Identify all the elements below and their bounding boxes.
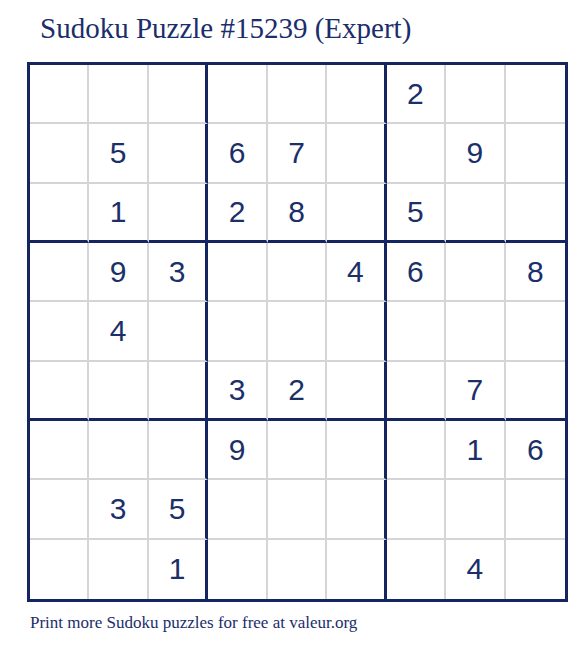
- sudoku-cell-r8c5[interactable]: [268, 480, 327, 539]
- sudoku-cell-r3c9[interactable]: [506, 184, 565, 243]
- sudoku-cell-r6c3[interactable]: [149, 362, 208, 421]
- sudoku-cell-r2c4[interactable]: 6: [208, 124, 267, 183]
- sudoku-cell-r9c4[interactable]: [208, 540, 267, 599]
- sudoku-cell-r6c6[interactable]: [327, 362, 386, 421]
- sudoku-cell-r2c6[interactable]: [327, 124, 386, 183]
- sudoku-cell-r1c4[interactable]: [208, 65, 267, 124]
- sudoku-cell-r3c4[interactable]: 2: [208, 184, 267, 243]
- sudoku-cell-r7c4[interactable]: 9: [208, 421, 267, 480]
- sudoku-cell-r2c1[interactable]: [30, 124, 89, 183]
- sudoku-cell-r4c6[interactable]: 4: [327, 243, 386, 302]
- sudoku-cell-r7c5[interactable]: [268, 421, 327, 480]
- sudoku-cell-r1c8[interactable]: [446, 65, 505, 124]
- sudoku-cell-r7c9[interactable]: 6: [506, 421, 565, 480]
- sudoku-cell-r7c3[interactable]: [149, 421, 208, 480]
- sudoku-cell-r7c2[interactable]: [89, 421, 148, 480]
- sudoku-cell-r6c7[interactable]: [387, 362, 446, 421]
- sudoku-cell-r9c7[interactable]: [387, 540, 446, 599]
- sudoku-cell-r4c7[interactable]: 6: [387, 243, 446, 302]
- sudoku-cell-r4c3[interactable]: 3: [149, 243, 208, 302]
- sudoku-cell-r6c1[interactable]: [30, 362, 89, 421]
- page-title: Sudoku Puzzle #15239 (Expert): [40, 12, 411, 45]
- sudoku-cell-r7c8[interactable]: 1: [446, 421, 505, 480]
- sudoku-cell-r7c1[interactable]: [30, 421, 89, 480]
- sudoku-cell-r4c8[interactable]: [446, 243, 505, 302]
- sudoku-cell-r3c5[interactable]: 8: [268, 184, 327, 243]
- sudoku-page: Sudoku Puzzle #15239 (Expert) 2567912859…: [0, 0, 580, 651]
- sudoku-cell-r7c6[interactable]: [327, 421, 386, 480]
- sudoku-cell-r6c8[interactable]: 7: [446, 362, 505, 421]
- sudoku-cell-r9c6[interactable]: [327, 540, 386, 599]
- sudoku-cell-r6c4[interactable]: 3: [208, 362, 267, 421]
- sudoku-cell-r9c5[interactable]: [268, 540, 327, 599]
- footer-text: Print more Sudoku puzzles for free at va…: [30, 613, 357, 633]
- sudoku-cell-r4c1[interactable]: [30, 243, 89, 302]
- sudoku-cell-r2c8[interactable]: 9: [446, 124, 505, 183]
- sudoku-cell-r8c7[interactable]: [387, 480, 446, 539]
- sudoku-cell-r2c9[interactable]: [506, 124, 565, 183]
- sudoku-cell-r1c3[interactable]: [149, 65, 208, 124]
- sudoku-cell-r8c1[interactable]: [30, 480, 89, 539]
- sudoku-cell-r3c3[interactable]: [149, 184, 208, 243]
- sudoku-cell-r5c2[interactable]: 4: [89, 302, 148, 361]
- sudoku-cell-r5c1[interactable]: [30, 302, 89, 361]
- sudoku-cell-r2c2[interactable]: 5: [89, 124, 148, 183]
- sudoku-cell-r9c3[interactable]: 1: [149, 540, 208, 599]
- sudoku-cell-r8c6[interactable]: [327, 480, 386, 539]
- sudoku-cell-r8c3[interactable]: 5: [149, 480, 208, 539]
- sudoku-cell-r8c9[interactable]: [506, 480, 565, 539]
- sudoku-cell-r5c4[interactable]: [208, 302, 267, 361]
- sudoku-cell-r6c9[interactable]: [506, 362, 565, 421]
- sudoku-grid: 2567912859346843279163514: [27, 62, 568, 602]
- sudoku-cell-r9c2[interactable]: [89, 540, 148, 599]
- sudoku-cell-r5c9[interactable]: [506, 302, 565, 361]
- sudoku-cell-r3c2[interactable]: 1: [89, 184, 148, 243]
- sudoku-cell-r4c9[interactable]: 8: [506, 243, 565, 302]
- sudoku-cell-r2c7[interactable]: [387, 124, 446, 183]
- sudoku-cell-r3c6[interactable]: [327, 184, 386, 243]
- sudoku-cell-r1c5[interactable]: [268, 65, 327, 124]
- sudoku-cell-r1c7[interactable]: 2: [387, 65, 446, 124]
- sudoku-cell-r9c9[interactable]: [506, 540, 565, 599]
- sudoku-cell-r9c1[interactable]: [30, 540, 89, 599]
- sudoku-cell-r3c1[interactable]: [30, 184, 89, 243]
- sudoku-cell-r3c7[interactable]: 5: [387, 184, 446, 243]
- sudoku-cell-r5c3[interactable]: [149, 302, 208, 361]
- sudoku-cell-r6c5[interactable]: 2: [268, 362, 327, 421]
- sudoku-cell-r9c8[interactable]: 4: [446, 540, 505, 599]
- sudoku-cell-r4c5[interactable]: [268, 243, 327, 302]
- sudoku-cell-r7c7[interactable]: [387, 421, 446, 480]
- sudoku-cell-r2c5[interactable]: 7: [268, 124, 327, 183]
- sudoku-cell-r3c8[interactable]: [446, 184, 505, 243]
- sudoku-cell-r8c4[interactable]: [208, 480, 267, 539]
- sudoku-cell-r2c3[interactable]: [149, 124, 208, 183]
- sudoku-cell-r8c2[interactable]: 3: [89, 480, 148, 539]
- sudoku-cell-r4c4[interactable]: [208, 243, 267, 302]
- sudoku-cell-r5c5[interactable]: [268, 302, 327, 361]
- sudoku-cell-r1c6[interactable]: [327, 65, 386, 124]
- sudoku-cell-r5c7[interactable]: [387, 302, 446, 361]
- sudoku-cell-r1c2[interactable]: [89, 65, 148, 124]
- sudoku-cell-r1c9[interactable]: [506, 65, 565, 124]
- sudoku-cell-r5c8[interactable]: [446, 302, 505, 361]
- sudoku-cell-r6c2[interactable]: [89, 362, 148, 421]
- sudoku-cell-r1c1[interactable]: [30, 65, 89, 124]
- sudoku-cell-r5c6[interactable]: [327, 302, 386, 361]
- sudoku-cell-r4c2[interactable]: 9: [89, 243, 148, 302]
- sudoku-cell-r8c8[interactable]: [446, 480, 505, 539]
